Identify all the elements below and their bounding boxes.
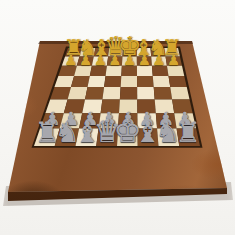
piece-gold-pawn-f7: ♟ <box>138 53 151 67</box>
piece-gold-pawn-e7: ♟ <box>123 53 136 67</box>
piece-gold-pawn-b7: ♟ <box>79 53 92 67</box>
piece-gold-pawn-h7: ♟ <box>167 53 180 67</box>
pieces-layer: ♜♞♝♛♚♝♞♜♟♟♟♟♟♟♟♟♟♟♟♟♟♟♟♟♜♞♝♛♚♝♞♜ <box>0 0 235 235</box>
chessboard-photo: ♜♞♝♛♚♝♞♜♟♟♟♟♟♟♟♟♟♟♟♟♟♟♟♟♜♞♝♛♚♝♞♜ <box>0 0 235 235</box>
piece-gold-pawn-g7: ♟ <box>153 53 166 67</box>
piece-gold-pawn-d7: ♟ <box>109 53 122 67</box>
piece-gold-pawn-a7: ♟ <box>65 53 78 67</box>
piece-gold-pawn-c7: ♟ <box>94 53 107 67</box>
piece-silver-rook-h1: ♜ <box>175 119 200 147</box>
